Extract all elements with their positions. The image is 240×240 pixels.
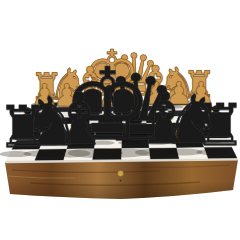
- square-b7: [175, 138, 205, 148]
- square-g7: [39, 140, 69, 150]
- chess-board: [0, 0, 240, 240]
- square-g3: [52, 112, 77, 118]
- square-g8: [35, 149, 67, 160]
- square-h4: [25, 118, 52, 125]
- square-a3: [191, 110, 216, 116]
- square-b6: [173, 130, 201, 139]
- square-c8: [149, 148, 179, 159]
- square-f8: [64, 149, 95, 160]
- square-e2: [100, 106, 123, 111]
- box-front-shading: [5, 160, 238, 199]
- square-f7: [67, 139, 96, 149]
- square-g1: [57, 103, 80, 108]
- square-d6: [122, 130, 148, 139]
- square-g6: [43, 131, 72, 140]
- square-h3: [29, 112, 55, 118]
- square-h8: [6, 149, 39, 160]
- square-e8: [93, 149, 122, 160]
- square-c2: [145, 106, 168, 111]
- square-g5: [47, 124, 74, 132]
- latch-keyhole: [120, 180, 122, 182]
- square-h6: [17, 132, 47, 141]
- square-f3: [76, 112, 100, 118]
- square-f1: [79, 102, 102, 107]
- square-c1: [145, 102, 168, 107]
- square-d3: [123, 111, 146, 117]
- box-latch: [117, 170, 123, 176]
- square-c5: [147, 123, 173, 131]
- square-b4: [169, 116, 195, 123]
- square-c6: [147, 130, 174, 139]
- square-b5: [171, 123, 198, 131]
- square-e5: [97, 123, 122, 131]
- square-f2: [77, 107, 100, 112]
- square-a4: [193, 116, 220, 123]
- square-e7: [94, 139, 122, 149]
- square-g2: [55, 107, 79, 112]
- square-b3: [168, 111, 193, 117]
- square-a2: [189, 105, 214, 110]
- square-e6: [96, 131, 122, 140]
- square-d7: [122, 139, 149, 149]
- square-d1: [123, 102, 145, 107]
- square-f4: [74, 117, 99, 124]
- square-d5: [122, 123, 147, 131]
- square-h5: [21, 124, 49, 132]
- square-c7: [148, 138, 176, 148]
- chess-set-photo: ♜♞♝♛♚♝♞♜♟♟♟♟♟♟♟♟♟♟♟♟♟♟♟♟♜♞♝♛♚♝♞♜: [0, 0, 240, 240]
- square-d2: [123, 106, 146, 111]
- square-e3: [99, 111, 123, 117]
- square-h1: [35, 103, 59, 108]
- square-a5: [195, 122, 223, 130]
- square-h7: [12, 140, 43, 150]
- square-f6: [69, 131, 97, 140]
- square-e4: [98, 117, 122, 124]
- square-d8: [122, 148, 151, 159]
- square-a7: [201, 138, 232, 148]
- square-f5: [72, 124, 98, 132]
- square-e1: [101, 102, 123, 107]
- square-c4: [146, 116, 171, 123]
- square-d4: [122, 117, 146, 124]
- square-g4: [50, 118, 76, 125]
- square-a6: [198, 130, 227, 139]
- square-h2: [32, 107, 57, 112]
- square-a1: [188, 101, 212, 106]
- square-b2: [167, 106, 191, 111]
- square-b1: [166, 101, 189, 106]
- square-b8: [177, 148, 208, 159]
- square-c3: [145, 111, 169, 117]
- square-a8: [204, 147, 237, 158]
